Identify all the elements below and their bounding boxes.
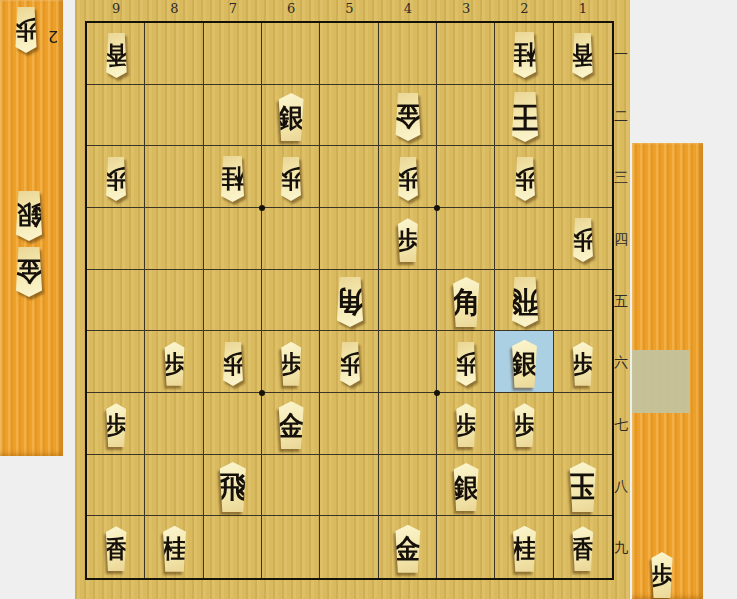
piece-glyph: 歩 <box>450 342 482 386</box>
piece-gote-歩-6-3[interactable]: 歩 <box>275 157 307 201</box>
square-3-3[interactable] <box>437 146 495 208</box>
square-5-9[interactable] <box>320 516 378 578</box>
square-6-5[interactable] <box>262 270 320 332</box>
rank-label-7: 七 <box>612 414 630 434</box>
square-9-8[interactable] <box>87 455 145 517</box>
sente-piece-stand: 歩 <box>632 143 703 599</box>
piece-glyph: 歩 <box>100 157 132 201</box>
hoshi-dot-1 <box>434 205 440 211</box>
square-2-4[interactable] <box>495 208 553 270</box>
piece-sente-香-9-9[interactable]: 香 <box>100 526 133 571</box>
square-8-3[interactable] <box>145 146 203 208</box>
square-6-8[interactable] <box>262 455 320 517</box>
piece-glyph: 金 <box>388 525 428 573</box>
piece-glyph: 桂 <box>506 526 543 572</box>
piece-glyph: 金 <box>388 93 428 141</box>
piece-gote-歩-7-6[interactable]: 歩 <box>217 342 249 386</box>
hand-gote-歩[interactable]: 歩 <box>9 7 43 53</box>
square-9-2[interactable] <box>87 85 145 147</box>
piece-sente-香-1-9[interactable]: 香 <box>566 526 599 571</box>
square-3-2[interactable] <box>437 85 495 147</box>
square-4-1[interactable] <box>379 23 437 85</box>
piece-gote-桂-7-3[interactable]: 桂 <box>214 156 251 202</box>
square-9-5[interactable] <box>87 270 145 332</box>
piece-sente-歩-6-6[interactable]: 歩 <box>275 342 307 386</box>
piece-sente-歩-9-7[interactable]: 歩 <box>100 403 132 447</box>
square-5-4[interactable] <box>320 208 378 270</box>
file-label-2: 2 <box>495 1 553 17</box>
piece-glyph: 銀 <box>271 93 311 141</box>
square-1-3[interactable] <box>554 146 612 208</box>
piece-glyph: 銀 <box>446 463 486 511</box>
piece-glyph: 歩 <box>509 403 541 447</box>
hand-gote-銀[interactable]: 銀 <box>8 191 50 241</box>
piece-gote-桂-2-1[interactable]: 桂 <box>506 32 543 78</box>
square-4-5[interactable] <box>379 270 437 332</box>
hand-gote-金[interactable]: 金 <box>8 247 50 297</box>
piece-glyph: 玉 <box>562 462 604 512</box>
square-4-6[interactable] <box>379 331 437 393</box>
piece-glyph: 歩 <box>645 552 679 598</box>
square-8-4[interactable] <box>145 208 203 270</box>
rank-label-5: 五 <box>612 291 630 311</box>
piece-sente-歩-8-6[interactable]: 歩 <box>159 342 191 386</box>
file-label-3: 3 <box>437 1 495 17</box>
piece-glyph: 金 <box>8 247 50 297</box>
rank-label-4: 四 <box>612 229 630 249</box>
piece-glyph: 角 <box>329 277 371 327</box>
square-9-6[interactable] <box>87 331 145 393</box>
square-8-7[interactable] <box>145 393 203 455</box>
square-5-1[interactable] <box>320 23 378 85</box>
piece-glyph: 桂 <box>156 526 193 572</box>
piece-gote-王-2-2[interactable]: 王 <box>504 92 546 142</box>
square-7-7[interactable] <box>204 393 262 455</box>
piece-sente-歩-4-4[interactable]: 歩 <box>392 218 424 262</box>
square-6-9[interactable] <box>262 516 320 578</box>
square-1-2[interactable] <box>554 85 612 147</box>
square-5-7[interactable] <box>320 393 378 455</box>
square-7-1[interactable] <box>204 23 262 85</box>
rank-label-1: 一 <box>612 44 630 64</box>
piece-glyph: 歩 <box>334 342 366 386</box>
piece-glyph: 香 <box>566 33 599 78</box>
square-3-1[interactable] <box>437 23 495 85</box>
piece-sente-桂-8-9[interactable]: 桂 <box>156 526 193 572</box>
piece-glyph: 飛 <box>212 462 254 512</box>
square-4-7[interactable] <box>379 393 437 455</box>
hoshi-dot-3 <box>434 390 440 396</box>
piece-sente-銀-2-6[interactable]: 銀 <box>505 340 545 388</box>
file-label-9: 9 <box>87 1 145 17</box>
piece-glyph: 歩 <box>275 157 307 201</box>
piece-gote-歩-5-6[interactable]: 歩 <box>334 342 366 386</box>
square-8-1[interactable] <box>145 23 203 85</box>
file-label-8: 8 <box>145 1 203 17</box>
rank-label-6: 六 <box>612 352 630 372</box>
square-6-4[interactable] <box>262 208 320 270</box>
piece-glyph: 歩 <box>392 157 424 201</box>
square-5-8[interactable] <box>320 455 378 517</box>
piece-gote-香-1-1[interactable]: 香 <box>566 33 599 78</box>
square-2-8[interactable] <box>495 455 553 517</box>
square-8-2[interactable] <box>145 85 203 147</box>
rank-label-8: 八 <box>612 476 630 496</box>
rank-label-2: 二 <box>612 106 630 126</box>
piece-sente-歩-3-7[interactable]: 歩 <box>450 403 482 447</box>
piece-gote-歩-2-3[interactable]: 歩 <box>509 157 541 201</box>
square-6-1[interactable] <box>262 23 320 85</box>
piece-glyph: 歩 <box>392 218 424 262</box>
piece-glyph: 香 <box>100 526 133 571</box>
piece-gote-飛-2-5[interactable]: 飛 <box>504 277 546 327</box>
piece-gote-香-9-1[interactable]: 香 <box>100 33 133 78</box>
piece-sente-金-6-7[interactable]: 金 <box>271 401 311 449</box>
piece-glyph: 歩 <box>9 7 43 53</box>
board-grid: 香桂香銀金王歩桂歩歩歩歩歩角角飛歩歩歩歩歩銀歩歩金歩歩飛銀玉香桂金桂香 <box>85 21 614 580</box>
piece-glyph: 桂 <box>214 156 251 202</box>
piece-glyph: 飛 <box>504 277 546 327</box>
piece-glyph: 歩 <box>217 342 249 386</box>
piece-gote-金-4-2[interactable]: 金 <box>388 93 428 141</box>
piece-gote-歩-1-4[interactable]: 歩 <box>567 218 599 262</box>
piece-glyph: 桂 <box>506 32 543 78</box>
square-7-5[interactable] <box>204 270 262 332</box>
file-label-6: 6 <box>262 1 320 17</box>
piece-glyph: 歩 <box>450 403 482 447</box>
square-7-2[interactable] <box>204 85 262 147</box>
piece-sente-歩-2-7[interactable]: 歩 <box>509 403 541 447</box>
rank-label-3: 三 <box>612 167 630 187</box>
piece-gote-歩-3-6[interactable]: 歩 <box>450 342 482 386</box>
file-label-5: 5 <box>320 1 378 17</box>
square-1-5[interactable] <box>554 270 612 332</box>
square-8-5[interactable] <box>145 270 203 332</box>
piece-glyph: 歩 <box>567 342 599 386</box>
square-9-4[interactable] <box>87 208 145 270</box>
piece-glyph: 香 <box>566 526 599 571</box>
square-3-4[interactable] <box>437 208 495 270</box>
rank-label-9: 九 <box>612 537 630 557</box>
piece-sente-銀-3-8[interactable]: 銀 <box>446 463 486 511</box>
piece-glyph: 銀 <box>505 340 545 388</box>
piece-gote-角-5-5[interactable]: 角 <box>329 277 371 327</box>
piece-sente-桂-2-9[interactable]: 桂 <box>506 526 543 572</box>
square-1-7[interactable] <box>554 393 612 455</box>
piece-glyph: 歩 <box>567 218 599 262</box>
gote-piece-stand: 歩2銀金 <box>0 0 63 456</box>
hand-slot-marker <box>632 350 690 413</box>
square-5-2[interactable] <box>320 85 378 147</box>
piece-gote-歩-4-3[interactable]: 歩 <box>392 157 424 201</box>
square-5-3[interactable] <box>320 146 378 208</box>
piece-sente-飛-7-8[interactable]: 飛 <box>212 462 254 512</box>
shogi-app: 歩2銀金 987654321 一二三四五六七八九 香桂香銀金王歩桂歩歩歩歩歩角角… <box>0 0 737 599</box>
piece-sente-銀-6-2[interactable]: 銀 <box>271 93 311 141</box>
square-4-8[interactable] <box>379 455 437 517</box>
piece-sente-金-4-9[interactable]: 金 <box>388 525 428 573</box>
file-label-1: 1 <box>554 1 612 17</box>
piece-glyph: 歩 <box>100 403 132 447</box>
square-7-9[interactable] <box>204 516 262 578</box>
file-label-7: 7 <box>204 1 262 17</box>
piece-glyph: 歩 <box>275 342 307 386</box>
hoshi-dot-2 <box>259 390 265 396</box>
hoshi-dot-0 <box>259 205 265 211</box>
piece-glyph: 王 <box>504 92 546 142</box>
piece-sente-角-3-5[interactable]: 角 <box>445 277 487 327</box>
piece-glyph: 歩 <box>159 342 191 386</box>
piece-glyph: 香 <box>100 33 133 78</box>
shogi-board: 987654321 一二三四五六七八九 香桂香銀金王歩桂歩歩歩歩歩角角飛歩歩歩歩… <box>75 0 630 599</box>
piece-sente-玉-1-8[interactable]: 玉 <box>562 462 604 512</box>
square-8-8[interactable] <box>145 455 203 517</box>
piece-glyph: 歩 <box>509 157 541 201</box>
square-7-4[interactable] <box>204 208 262 270</box>
piece-glyph: 角 <box>445 277 487 327</box>
piece-glyph: 金 <box>271 401 311 449</box>
piece-glyph: 銀 <box>8 191 50 241</box>
hand-count-gote-歩: 2 <box>48 27 58 46</box>
piece-gote-歩-9-3[interactable]: 歩 <box>100 157 132 201</box>
file-label-4: 4 <box>379 1 437 17</box>
piece-sente-歩-1-6[interactable]: 歩 <box>567 342 599 386</box>
hand-sente-歩[interactable]: 歩 <box>645 552 679 598</box>
square-3-9[interactable] <box>437 516 495 578</box>
